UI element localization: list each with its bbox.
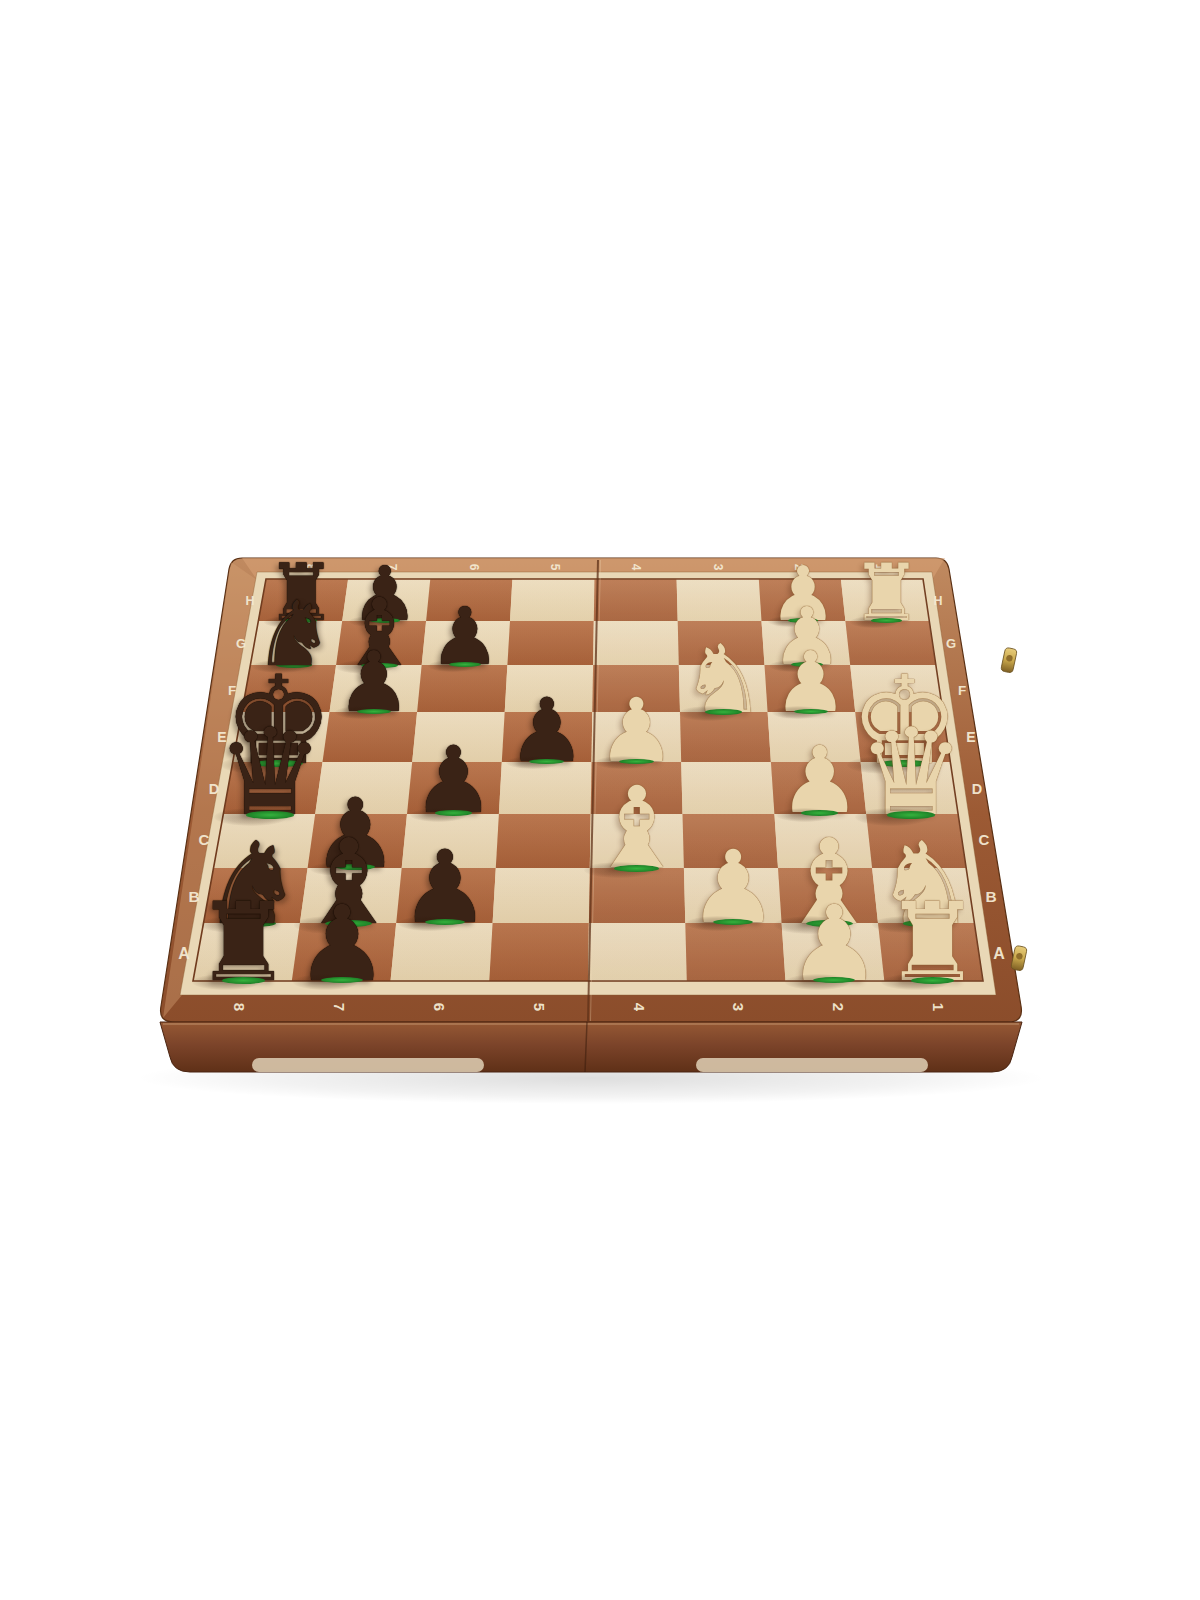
notch-right bbox=[696, 1058, 928, 1072]
label-rank-far-3: 3 bbox=[711, 564, 725, 571]
label-rank-far-5: 5 bbox=[548, 564, 562, 571]
piece-white-pawn-e4[interactable]: ♟ bbox=[548, 691, 724, 772]
piece-black-pawn-a7[interactable]: ♟ bbox=[238, 896, 447, 992]
label-rank-near-3: 3 bbox=[730, 1003, 747, 1011]
piece-white-rook-a1[interactable]: ♜ bbox=[824, 893, 1042, 993]
piece-white-queen-d1[interactable]: ♛ bbox=[791, 718, 1031, 828]
label-rank-near-6: 6 bbox=[431, 1003, 448, 1011]
base-felt bbox=[911, 977, 955, 984]
label-rank-near-5: 5 bbox=[531, 1003, 548, 1011]
chess-board-photo: HGFEDCBAHGFEDCBA8765432187654321 ♜♟♟♜♞♝♟… bbox=[0, 0, 1200, 1600]
label-rank-far-6: 6 bbox=[467, 564, 481, 571]
label-rank-near-4: 4 bbox=[631, 1003, 648, 1012]
label-rank-far-4: 4 bbox=[629, 564, 643, 571]
notch-left bbox=[252, 1058, 484, 1072]
